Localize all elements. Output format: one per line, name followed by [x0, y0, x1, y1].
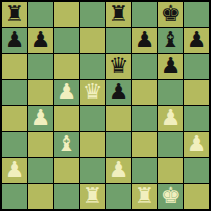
- square-c7[interactable]: [54, 28, 79, 53]
- square-f7[interactable]: ♟: [132, 28, 157, 53]
- square-e2[interactable]: ♟: [106, 158, 131, 183]
- square-g3[interactable]: [158, 132, 183, 157]
- square-a5[interactable]: [2, 80, 27, 105]
- square-f6[interactable]: [132, 54, 157, 79]
- piece-white-pawn: ♟: [109, 158, 129, 182]
- square-d2[interactable]: [80, 158, 105, 183]
- square-c3[interactable]: ♝: [54, 132, 79, 157]
- square-f3[interactable]: [132, 132, 157, 157]
- square-e3[interactable]: [106, 132, 131, 157]
- square-f5[interactable]: [132, 80, 157, 105]
- piece-white-pawn: ♟: [5, 158, 25, 182]
- square-h7[interactable]: ♟: [184, 28, 209, 53]
- square-a8[interactable]: ♜: [2, 2, 27, 27]
- square-b1[interactable]: [28, 184, 53, 209]
- piece-black-pawn: ♟: [109, 80, 129, 104]
- square-c6[interactable]: [54, 54, 79, 79]
- piece-white-queen: ♛: [83, 80, 103, 104]
- square-e5[interactable]: ♟: [106, 80, 131, 105]
- square-d4[interactable]: [80, 106, 105, 131]
- square-g5[interactable]: [158, 80, 183, 105]
- square-h8[interactable]: [184, 2, 209, 27]
- piece-black-rook: ♜: [5, 2, 25, 26]
- square-h3[interactable]: ♟: [184, 132, 209, 157]
- square-a1[interactable]: [2, 184, 27, 209]
- square-d8[interactable]: [80, 2, 105, 27]
- square-d1[interactable]: ♜: [80, 184, 105, 209]
- square-g1[interactable]: ♚: [158, 184, 183, 209]
- square-a4[interactable]: [2, 106, 27, 131]
- square-e8[interactable]: ♜: [106, 2, 131, 27]
- square-d3[interactable]: [80, 132, 105, 157]
- square-c2[interactable]: [54, 158, 79, 183]
- piece-white-rook: ♜: [135, 184, 155, 208]
- square-g7[interactable]: ♝: [158, 28, 183, 53]
- piece-black-pawn: ♟: [161, 54, 181, 78]
- piece-white-pawn: ♟: [187, 132, 207, 156]
- square-f2[interactable]: [132, 158, 157, 183]
- square-g8[interactable]: ♚: [158, 2, 183, 27]
- square-h4[interactable]: [184, 106, 209, 131]
- square-b4[interactable]: ♟: [28, 106, 53, 131]
- square-h2[interactable]: [184, 158, 209, 183]
- piece-black-pawn: ♟: [31, 28, 51, 52]
- square-h6[interactable]: [184, 54, 209, 79]
- square-b3[interactable]: [28, 132, 53, 157]
- square-g2[interactable]: [158, 158, 183, 183]
- square-a2[interactable]: ♟: [2, 158, 27, 183]
- piece-white-bishop: ♝: [57, 132, 77, 156]
- square-h1[interactable]: [184, 184, 209, 209]
- square-e1[interactable]: [106, 184, 131, 209]
- square-b8[interactable]: [28, 2, 53, 27]
- square-c5[interactable]: ♟: [54, 80, 79, 105]
- square-h5[interactable]: [184, 80, 209, 105]
- piece-black-queen: ♛: [109, 54, 129, 78]
- square-b6[interactable]: [28, 54, 53, 79]
- square-f1[interactable]: ♜: [132, 184, 157, 209]
- square-e4[interactable]: [106, 106, 131, 131]
- square-a3[interactable]: [2, 132, 27, 157]
- piece-black-pawn: ♟: [187, 28, 207, 52]
- square-a7[interactable]: ♟: [2, 28, 27, 53]
- chess-board: ♜♜♚♟♟♟♝♟♛♟♟♛♟♟♟♝♟♟♟♜♜♚: [2, 2, 209, 209]
- square-b7[interactable]: ♟: [28, 28, 53, 53]
- board-frame: ♜♜♚♟♟♟♝♟♛♟♟♛♟♟♟♝♟♟♟♜♜♚: [0, 0, 211, 211]
- square-d5[interactable]: ♛: [80, 80, 105, 105]
- piece-white-pawn: ♟: [31, 106, 51, 130]
- piece-black-pawn: ♟: [5, 28, 25, 52]
- piece-white-king: ♚: [161, 184, 181, 208]
- square-g6[interactable]: ♟: [158, 54, 183, 79]
- square-f4[interactable]: [132, 106, 157, 131]
- square-e7[interactable]: [106, 28, 131, 53]
- piece-white-pawn: ♟: [161, 106, 181, 130]
- square-b5[interactable]: [28, 80, 53, 105]
- piece-white-rook: ♜: [83, 184, 103, 208]
- square-b2[interactable]: [28, 158, 53, 183]
- square-g4[interactable]: ♟: [158, 106, 183, 131]
- square-d7[interactable]: [80, 28, 105, 53]
- square-c1[interactable]: [54, 184, 79, 209]
- piece-black-king: ♚: [161, 2, 181, 26]
- piece-black-rook: ♜: [109, 2, 129, 26]
- square-e6[interactable]: ♛: [106, 54, 131, 79]
- piece-black-bishop: ♝: [161, 28, 181, 52]
- square-a6[interactable]: [2, 54, 27, 79]
- piece-white-pawn: ♟: [57, 80, 77, 104]
- piece-black-pawn: ♟: [135, 28, 155, 52]
- square-c8[interactable]: [54, 2, 79, 27]
- square-d6[interactable]: [80, 54, 105, 79]
- square-f8[interactable]: [132, 2, 157, 27]
- square-c4[interactable]: [54, 106, 79, 131]
